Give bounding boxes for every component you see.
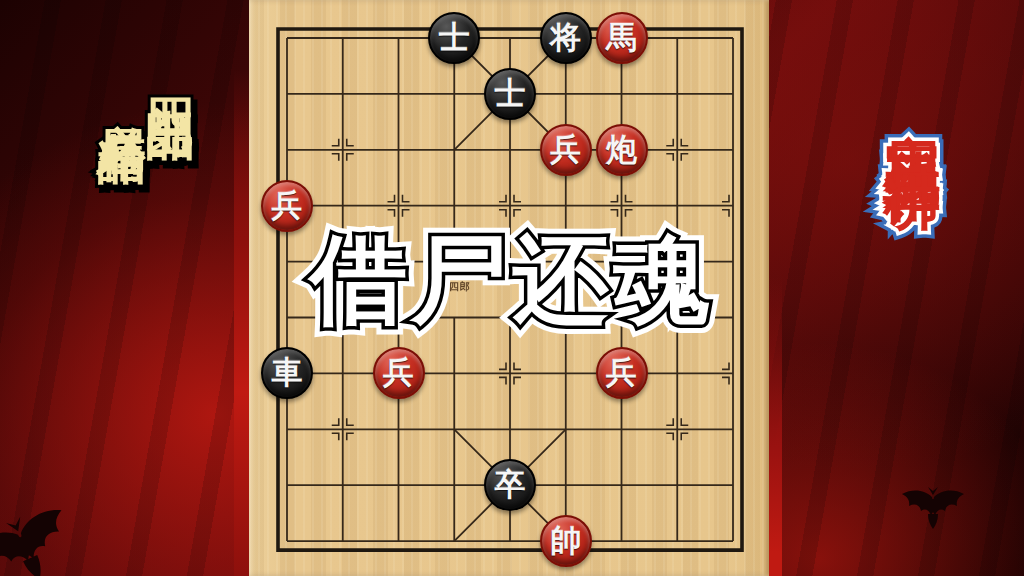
left-banner-text: 四郎出品必属精品 — [97, 60, 195, 104]
piece-glyph: 馬 — [606, 17, 637, 59]
piece-black-chariot[interactable]: 車 — [261, 347, 313, 399]
piece-glyph: 卒 — [495, 464, 526, 506]
piece-black-advisor[interactable]: 士 — [428, 12, 480, 64]
piece-glyph: 士 — [439, 17, 470, 59]
piece-black-pawn[interactable]: 卒 — [484, 459, 536, 511]
piece-red-pawn[interactable]: 兵 — [373, 347, 425, 399]
piece-black-advisor[interactable]: 士 — [484, 68, 536, 120]
piece-glyph: 帥 — [550, 520, 581, 562]
piece-red-general[interactable]: 帥 — [540, 515, 592, 567]
piece-red-pawn[interactable]: 兵 — [540, 124, 592, 176]
piece-black-general[interactable]: 将 — [540, 12, 592, 64]
bat-icon — [898, 486, 968, 532]
piece-glyph: 兵 — [550, 129, 581, 171]
title-text: 借尸还魂 — [0, 212, 1024, 348]
piece-glyph: 士 — [495, 73, 526, 115]
right-banner-text: 实用残局精讲 — [884, 88, 941, 136]
piece-glyph: 車 — [272, 352, 303, 394]
piece-red-horse[interactable]: 馬 — [596, 12, 648, 64]
piece-glyph: 炮 — [606, 129, 637, 171]
title-overlay: 借尸还魂 借尸还魂 借尸还魂 — [0, 212, 1024, 352]
piece-glyph: 兵 — [606, 352, 637, 394]
piece-glyph: 将 — [550, 17, 581, 59]
piece-red-cannon[interactable]: 炮 — [596, 124, 648, 176]
piece-glyph: 兵 — [383, 352, 414, 394]
thumbnail-canvas: 四郎 士将馬士兵炮兵車兵兵卒帥 四郎出品必属精品 四郎出品必属精品 四郎出品必属… — [0, 0, 1024, 576]
piece-red-pawn[interactable]: 兵 — [596, 347, 648, 399]
